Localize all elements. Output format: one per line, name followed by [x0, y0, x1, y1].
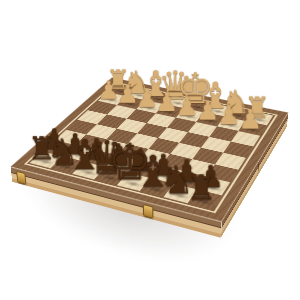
square-h8[interactable]: ♜: [188, 190, 222, 210]
chess-board: ♜♞♝♛♚♝♞♜♟♟♟♟♟♟♟♟♟♟♟♟♟♟♟♟♜♞♝♛♚♝♞♜: [10, 77, 288, 221]
perspective-container: ♜♞♝♛♚♝♞♜♟♟♟♟♟♟♟♟♟♟♟♟♟♟♟♟♜♞♝♛♚♝♞♜: [0, 0, 300, 300]
fold-seam: [257, 160, 259, 176]
piece-black-rook[interactable]: ♜: [185, 171, 216, 206]
piece-white-pawn[interactable]: ♟: [196, 97, 219, 123]
chess-set-photo: ♜♞♝♛♚♝♞♜♟♟♟♟♟♟♟♟♟♟♟♟♟♟♟♟♜♞♝♛♚♝♞♜: [0, 0, 300, 300]
brass-latch-left: [16, 171, 26, 185]
piece-white-pawn[interactable]: ♟: [175, 93, 198, 119]
brass-latch-right: [142, 204, 152, 219]
piece-white-pawn[interactable]: ♟: [238, 106, 262, 133]
piece-white-pawn[interactable]: ♟: [217, 101, 241, 127]
piece-white-pawn[interactable]: ♟: [155, 89, 178, 115]
board-top-surface: ♜♞♝♛♚♝♞♜♟♟♟♟♟♟♟♟♟♟♟♟♟♟♟♟♜♞♝♛♚♝♞♜: [10, 77, 288, 221]
